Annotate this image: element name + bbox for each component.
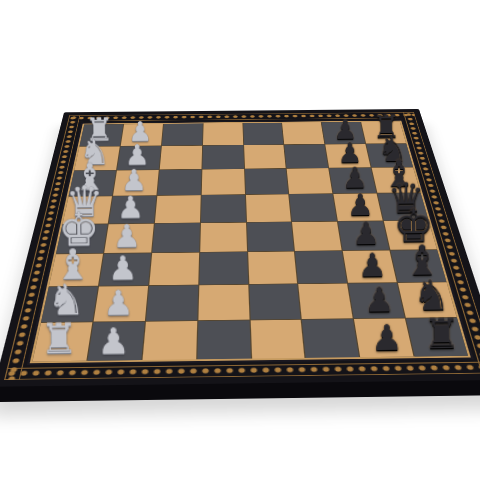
- square-c6: [287, 168, 333, 193]
- square-h5: [250, 320, 305, 359]
- square-b4: [202, 145, 244, 169]
- square-e4: [200, 222, 247, 252]
- chess-set-photo: ♜♟♟♜♞♟♟♞♝♟♟♝♛♟♟♛♚♟♟♚♝♟♟♝♞♟♟♞♜♟♟♜: [0, 0, 480, 480]
- square-e3: [152, 223, 200, 253]
- square-c4: [201, 169, 244, 195]
- square-f4: [199, 252, 248, 284]
- square-g4: [198, 285, 249, 320]
- square-a3: [162, 123, 203, 145]
- piece-white-pawn: ♟: [98, 324, 130, 360]
- square-c5: [245, 169, 289, 194]
- piece-white-rook: ♜: [40, 318, 78, 360]
- piece-white-pawn: ♟: [109, 252, 139, 285]
- square-h2: ♟: [87, 322, 144, 361]
- piece-black-pawn: ♟: [371, 320, 403, 356]
- square-c3: [157, 169, 201, 195]
- piece-black-pawn: ♟: [358, 249, 387, 282]
- square-d4: [201, 195, 246, 223]
- square-e5: [247, 222, 295, 252]
- square-a4: [203, 123, 243, 145]
- square-e6: [292, 221, 342, 251]
- square-h8: ♜: [406, 318, 468, 357]
- square-h6: [302, 319, 359, 358]
- chess-board: ♜♟♟♜♞♟♟♞♝♟♟♝♛♟♟♛♚♟♟♚♝♟♟♝♞♟♟♞♜♟♟♜: [0, 109, 480, 387]
- square-b5: [244, 145, 286, 169]
- board-squares: ♜♟♟♜♞♟♟♞♝♟♟♝♛♟♟♛♚♟♟♚♝♟♟♝♞♟♟♞♜♟♟♜: [33, 122, 468, 362]
- square-d6: [290, 194, 337, 221]
- board-frame: ♜♟♟♜♞♟♟♞♝♟♟♝♛♟♟♛♚♟♟♚♝♟♟♝♞♟♟♞♜♟♟♜: [0, 109, 480, 387]
- piece-black-pawn: ♟: [364, 283, 395, 317]
- square-f7: ♟: [343, 251, 397, 283]
- square-d3: [155, 195, 201, 223]
- square-b3: [160, 146, 202, 170]
- square-g5: [249, 284, 301, 319]
- square-f6: [295, 251, 347, 283]
- square-h1: ♜: [33, 322, 93, 361]
- square-h3: [142, 321, 197, 360]
- square-b6: [285, 144, 329, 168]
- square-h4: [197, 321, 250, 360]
- square-a5: [243, 123, 284, 145]
- square-f3: [149, 253, 199, 285]
- square-a6: [282, 122, 324, 144]
- square-g7: ♟: [348, 283, 404, 318]
- square-g3: [146, 286, 198, 321]
- piece-black-rook: ♜: [422, 314, 459, 356]
- ornament-border-bottom: [4, 362, 480, 380]
- square-g6: [299, 284, 353, 319]
- piece-white-pawn: ♟: [103, 286, 134, 320]
- square-g2: ♟: [93, 286, 147, 322]
- square-d5: [245, 194, 291, 222]
- square-f5: [248, 252, 298, 284]
- square-h7: ♟: [354, 319, 413, 358]
- square-f2: ♟: [99, 253, 151, 286]
- ornament-border-top: [68, 112, 416, 121]
